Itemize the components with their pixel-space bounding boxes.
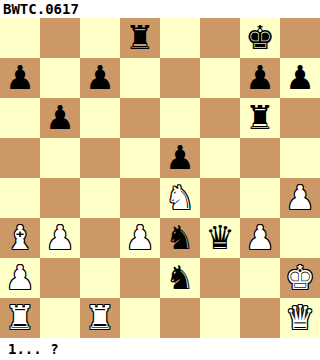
square-h5[interactable] — [280, 138, 320, 178]
square-c2[interactable] — [80, 258, 120, 298]
square-a2[interactable]: ♟ — [0, 258, 40, 298]
square-g8[interactable]: ♚ — [240, 18, 280, 58]
square-a6[interactable] — [0, 98, 40, 138]
square-g3[interactable]: ♟ — [240, 218, 280, 258]
piece-black-knight: ♞ — [165, 258, 195, 298]
piece-black-queen: ♛ — [205, 218, 235, 258]
square-c1[interactable]: ♜ — [80, 298, 120, 338]
square-b2[interactable] — [40, 258, 80, 298]
square-e1[interactable] — [160, 298, 200, 338]
square-d5[interactable] — [120, 138, 160, 178]
square-b7[interactable] — [40, 58, 80, 98]
square-d3[interactable]: ♟ — [120, 218, 160, 258]
square-g1[interactable] — [240, 298, 280, 338]
square-h4[interactable]: ♟ — [280, 178, 320, 218]
piece-white-pawn: ♟ — [125, 218, 155, 258]
piece-black-knight: ♞ — [165, 218, 195, 258]
square-b8[interactable] — [40, 18, 80, 58]
piece-white-pawn: ♟ — [45, 218, 75, 258]
square-g6[interactable]: ♜ — [240, 98, 280, 138]
square-f1[interactable] — [200, 298, 240, 338]
chess-board: ♜♚♟♟♟♟♟♜♟♞♟♝♟♟♞♛♟♟♞♚♜♜♛ — [0, 18, 320, 338]
square-h2[interactable]: ♚ — [280, 258, 320, 298]
square-e3[interactable]: ♞ — [160, 218, 200, 258]
piece-white-bishop: ♝ — [5, 218, 35, 258]
square-h7[interactable]: ♟ — [280, 58, 320, 98]
piece-black-rook: ♜ — [125, 18, 155, 58]
square-f7[interactable] — [200, 58, 240, 98]
square-g5[interactable] — [240, 138, 280, 178]
piece-white-queen: ♛ — [285, 298, 315, 338]
square-f5[interactable] — [200, 138, 240, 178]
square-f6[interactable] — [200, 98, 240, 138]
piece-black-pawn: ♟ — [285, 58, 315, 98]
square-e8[interactable] — [160, 18, 200, 58]
piece-black-pawn: ♟ — [5, 58, 35, 98]
square-h8[interactable] — [280, 18, 320, 58]
piece-black-rook: ♜ — [245, 98, 275, 138]
piece-white-pawn: ♟ — [245, 218, 275, 258]
square-d2[interactable] — [120, 258, 160, 298]
square-d8[interactable]: ♜ — [120, 18, 160, 58]
square-d7[interactable] — [120, 58, 160, 98]
piece-white-knight: ♞ — [165, 178, 195, 218]
square-e7[interactable] — [160, 58, 200, 98]
chess-puzzle-window: BWTC.0617 ♜♚♟♟♟♟♟♜♟♞♟♝♟♟♞♛♟♟♞♚♜♜♛ 1... ? — [0, 0, 320, 360]
piece-black-pawn: ♟ — [245, 58, 275, 98]
piece-white-pawn: ♟ — [285, 178, 315, 218]
square-b3[interactable]: ♟ — [40, 218, 80, 258]
move-prompt: 1... ? — [0, 338, 320, 360]
piece-white-rook: ♜ — [85, 298, 115, 338]
piece-white-pawn: ♟ — [5, 258, 35, 298]
square-b6[interactable]: ♟ — [40, 98, 80, 138]
square-d1[interactable] — [120, 298, 160, 338]
square-e4[interactable]: ♞ — [160, 178, 200, 218]
square-c6[interactable] — [80, 98, 120, 138]
square-h3[interactable] — [280, 218, 320, 258]
square-e5[interactable]: ♟ — [160, 138, 200, 178]
square-c3[interactable] — [80, 218, 120, 258]
piece-black-king: ♚ — [245, 18, 275, 58]
square-c7[interactable]: ♟ — [80, 58, 120, 98]
square-f4[interactable] — [200, 178, 240, 218]
piece-white-rook: ♜ — [5, 298, 35, 338]
square-d6[interactable] — [120, 98, 160, 138]
square-g2[interactable] — [240, 258, 280, 298]
square-c8[interactable] — [80, 18, 120, 58]
square-f2[interactable] — [200, 258, 240, 298]
square-f3[interactable]: ♛ — [200, 218, 240, 258]
square-b1[interactable] — [40, 298, 80, 338]
square-a5[interactable] — [0, 138, 40, 178]
square-e6[interactable] — [160, 98, 200, 138]
piece-black-pawn: ♟ — [85, 58, 115, 98]
square-a7[interactable]: ♟ — [0, 58, 40, 98]
square-e2[interactable]: ♞ — [160, 258, 200, 298]
square-h1[interactable]: ♛ — [280, 298, 320, 338]
square-a4[interactable] — [0, 178, 40, 218]
square-a3[interactable]: ♝ — [0, 218, 40, 258]
piece-black-pawn: ♟ — [165, 138, 195, 178]
square-g7[interactable]: ♟ — [240, 58, 280, 98]
square-a1[interactable]: ♜ — [0, 298, 40, 338]
piece-white-king: ♚ — [285, 258, 315, 298]
puzzle-title: BWTC.0617 — [0, 0, 320, 18]
piece-black-pawn: ♟ — [45, 98, 75, 138]
square-c5[interactable] — [80, 138, 120, 178]
square-b4[interactable] — [40, 178, 80, 218]
square-f8[interactable] — [200, 18, 240, 58]
square-a8[interactable] — [0, 18, 40, 58]
square-h6[interactable] — [280, 98, 320, 138]
square-c4[interactable] — [80, 178, 120, 218]
square-b5[interactable] — [40, 138, 80, 178]
square-d4[interactable] — [120, 178, 160, 218]
square-g4[interactable] — [240, 178, 280, 218]
